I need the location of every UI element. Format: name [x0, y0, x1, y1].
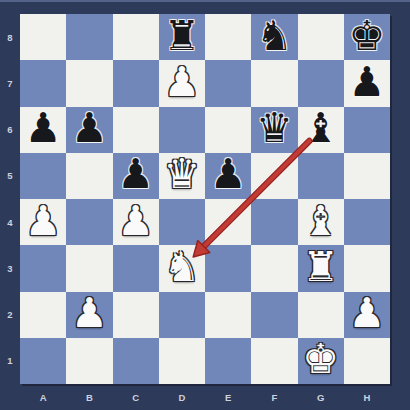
square-f4[interactable] [251, 199, 297, 245]
rank-label-1: 1 [0, 338, 20, 384]
file-label-h: H [344, 384, 390, 410]
square-f2[interactable] [251, 292, 297, 338]
square-b7[interactable] [66, 60, 112, 106]
piece-white-queen-d5[interactable]: ♛ [163, 154, 200, 195]
square-c7[interactable] [113, 60, 159, 106]
square-c8[interactable] [113, 14, 159, 60]
square-d8[interactable]: ♜ [159, 14, 205, 60]
square-d1[interactable] [159, 338, 205, 384]
piece-white-rook-g3[interactable]: ♜ [302, 247, 339, 288]
piece-black-pawn-e5[interactable]: ♟ [210, 154, 247, 195]
rank-label-3: 3 [0, 245, 20, 291]
square-d5[interactable]: ♛ [159, 153, 205, 199]
rank-label-5: 5 [0, 153, 20, 199]
square-a6[interactable]: ♟ [20, 107, 66, 153]
square-h1[interactable] [344, 338, 390, 384]
square-b3[interactable] [66, 245, 112, 291]
square-h7[interactable]: ♟ [344, 60, 390, 106]
square-h6[interactable] [344, 107, 390, 153]
chess-board: ♜♞♚♟♟♟♟♛♝♟♛♟♟♟♝♞♜♟♟♚ [20, 14, 390, 384]
square-c3[interactable] [113, 245, 159, 291]
square-f8[interactable]: ♞ [251, 14, 297, 60]
square-e5[interactable]: ♟ [205, 153, 251, 199]
square-b1[interactable] [66, 338, 112, 384]
square-e6[interactable] [205, 107, 251, 153]
piece-black-pawn-b6[interactable]: ♟ [71, 108, 108, 149]
piece-black-pawn-c5[interactable]: ♟ [117, 154, 154, 195]
rank-label-8: 8 [0, 14, 20, 60]
file-label-g: G [298, 384, 344, 410]
square-e7[interactable] [205, 60, 251, 106]
square-h8[interactable]: ♚ [344, 14, 390, 60]
square-f3[interactable] [251, 245, 297, 291]
square-h4[interactable] [344, 199, 390, 245]
square-h3[interactable] [344, 245, 390, 291]
square-d7[interactable]: ♟ [159, 60, 205, 106]
square-f6[interactable]: ♛ [251, 107, 297, 153]
square-f7[interactable] [251, 60, 297, 106]
square-a3[interactable] [20, 245, 66, 291]
square-h5[interactable] [344, 153, 390, 199]
square-e8[interactable] [205, 14, 251, 60]
file-label-f: F [251, 384, 297, 410]
square-a4[interactable]: ♟ [20, 199, 66, 245]
rank-labels: 87654321 [0, 14, 20, 384]
file-label-d: D [159, 384, 205, 410]
square-g3[interactable]: ♜ [298, 245, 344, 291]
piece-white-pawn-h2[interactable]: ♟ [348, 293, 385, 334]
piece-black-knight-f8[interactable]: ♞ [256, 16, 293, 57]
square-c4[interactable]: ♟ [113, 199, 159, 245]
piece-black-rook-d8[interactable]: ♜ [163, 16, 200, 57]
piece-white-pawn-b2[interactable]: ♟ [71, 293, 108, 334]
square-f5[interactable] [251, 153, 297, 199]
square-b2[interactable]: ♟ [66, 292, 112, 338]
piece-black-queen-f6[interactable]: ♛ [256, 108, 293, 149]
square-e2[interactable] [205, 292, 251, 338]
square-b6[interactable]: ♟ [66, 107, 112, 153]
square-a1[interactable] [20, 338, 66, 384]
piece-black-bishop-g6[interactable]: ♝ [302, 108, 339, 149]
square-c2[interactable] [113, 292, 159, 338]
square-b4[interactable] [66, 199, 112, 245]
file-label-c: C [113, 384, 159, 410]
square-c5[interactable]: ♟ [113, 153, 159, 199]
square-a7[interactable] [20, 60, 66, 106]
square-g4[interactable]: ♝ [298, 199, 344, 245]
square-c1[interactable] [113, 338, 159, 384]
square-g2[interactable] [298, 292, 344, 338]
rank-label-4: 4 [0, 199, 20, 245]
square-f1[interactable] [251, 338, 297, 384]
square-g1[interactable]: ♚ [298, 338, 344, 384]
rank-label-6: 6 [0, 107, 20, 153]
square-g7[interactable] [298, 60, 344, 106]
piece-white-pawn-c4[interactable]: ♟ [117, 201, 154, 242]
top-sheen-divider [0, 0, 410, 2]
square-d3[interactable]: ♞ [159, 245, 205, 291]
file-labels: ABCDEFGH [20, 384, 390, 410]
square-a5[interactable] [20, 153, 66, 199]
piece-white-pawn-d7[interactable]: ♟ [163, 62, 200, 103]
square-d4[interactable] [159, 199, 205, 245]
chess-board-app: 87654321 ♜♞♚♟♟♟♟♛♝♟♛♟♟♟♝♞♜♟♟♚ ABCDEFGH [0, 0, 410, 410]
square-g6[interactable]: ♝ [298, 107, 344, 153]
piece-white-bishop-g4[interactable]: ♝ [302, 201, 339, 242]
square-e3[interactable] [205, 245, 251, 291]
piece-black-pawn-h7[interactable]: ♟ [348, 62, 385, 103]
file-label-a: A [20, 384, 66, 410]
piece-white-pawn-a4[interactable]: ♟ [25, 201, 62, 242]
square-e1[interactable] [205, 338, 251, 384]
rank-label-2: 2 [0, 292, 20, 338]
square-a8[interactable] [20, 14, 66, 60]
square-h2[interactable]: ♟ [344, 292, 390, 338]
file-label-b: B [66, 384, 112, 410]
piece-white-knight-d3[interactable]: ♞ [163, 247, 200, 288]
piece-black-king-h8[interactable]: ♚ [348, 16, 385, 57]
rank-label-7: 7 [0, 60, 20, 106]
piece-white-king-g1[interactable]: ♚ [302, 339, 339, 380]
square-d2[interactable] [159, 292, 205, 338]
square-b8[interactable] [66, 14, 112, 60]
square-c6[interactable] [113, 107, 159, 153]
piece-black-pawn-a6[interactable]: ♟ [25, 108, 62, 149]
file-label-e: E [205, 384, 251, 410]
square-g8[interactable] [298, 14, 344, 60]
square-a2[interactable] [20, 292, 66, 338]
square-b5[interactable] [66, 153, 112, 199]
square-d6[interactable] [159, 107, 205, 153]
square-g5[interactable] [298, 153, 344, 199]
square-e4[interactable] [205, 199, 251, 245]
